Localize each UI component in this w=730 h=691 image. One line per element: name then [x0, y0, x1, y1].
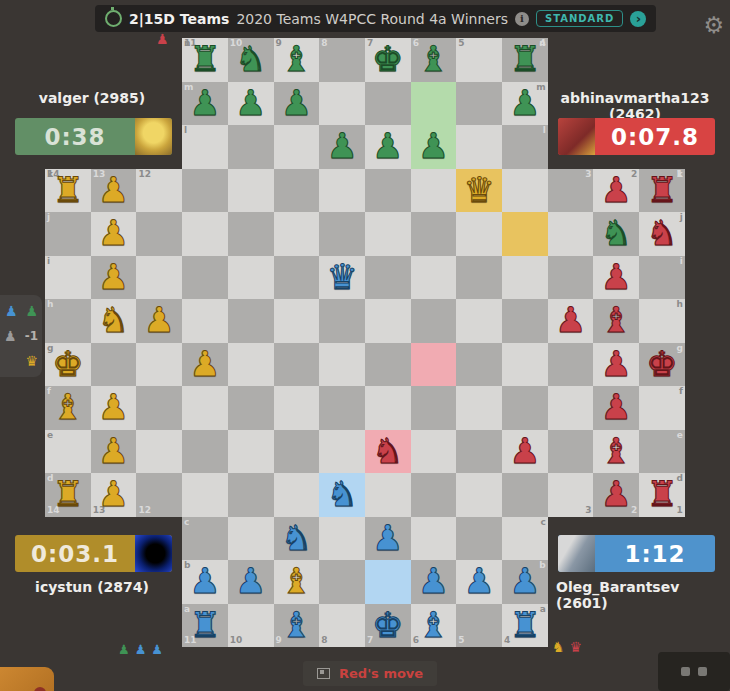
square-i1[interactable]: i	[639, 256, 685, 300]
square-i10[interactable]	[228, 256, 274, 300]
blue-pawn-icon[interactable]: ♟	[228, 560, 274, 604]
coordinate-label: 12	[138, 506, 151, 516]
board-void	[136, 82, 182, 126]
board-void	[136, 604, 182, 648]
coordinate-label: 3	[585, 170, 591, 180]
board-void	[136, 560, 182, 604]
green-rook-icon[interactable]: ♜	[182, 38, 228, 82]
square-d5[interactable]	[456, 473, 502, 517]
material-score: -1	[25, 330, 38, 342]
square-d3[interactable]: 3	[548, 473, 594, 517]
square-h4[interactable]	[502, 299, 548, 343]
green-pawn-icon: ♟	[118, 643, 130, 656]
square-d8[interactable]: ♞	[319, 473, 365, 517]
square-j13[interactable]: ♟	[91, 212, 137, 256]
square-c4[interactable]: c	[502, 517, 548, 561]
square-j7[interactable]	[365, 212, 411, 256]
yellow-pawn-icon[interactable]: ♟	[91, 256, 137, 300]
square-g5[interactable]	[456, 343, 502, 387]
yellow-rook-icon[interactable]: ♜	[45, 473, 91, 517]
square-l7[interactable]: ♟	[365, 125, 411, 169]
material-panel-row3: ♛	[0, 354, 38, 368]
square-d11[interactable]	[182, 473, 228, 517]
board-void	[91, 82, 137, 126]
green-knight-icon[interactable]: ♞	[593, 212, 639, 256]
blue-rook-icon[interactable]: ♜	[182, 604, 228, 648]
square-l9[interactable]	[274, 125, 320, 169]
square-j4[interactable]	[502, 212, 548, 256]
blue-pawn-icon: ♟	[135, 643, 147, 656]
square-e14[interactable]: e	[45, 430, 91, 474]
square-b7[interactable]	[365, 560, 411, 604]
square-c7[interactable]: ♟	[365, 517, 411, 561]
square-f13[interactable]: ♟	[91, 386, 137, 430]
square-e6[interactable]	[411, 430, 457, 474]
square-f7[interactable]	[365, 386, 411, 430]
square-f8[interactable]	[319, 386, 365, 430]
square-i7[interactable]	[365, 256, 411, 300]
square-n4[interactable]: n4♜	[502, 38, 548, 82]
square-c8[interactable]	[319, 517, 365, 561]
square-d10[interactable]	[228, 473, 274, 517]
coordinate-label: 12	[138, 170, 151, 180]
square-h8[interactable]	[319, 299, 365, 343]
coordinate-label: h	[47, 300, 53, 310]
square-h6[interactable]	[411, 299, 457, 343]
square-a4[interactable]: a4♜	[502, 604, 548, 648]
square-n8[interactable]: 8	[319, 38, 365, 82]
square-j14[interactable]: j	[45, 212, 91, 256]
square-c10[interactable]	[228, 517, 274, 561]
square-e5[interactable]	[456, 430, 502, 474]
square-d7[interactable]	[365, 473, 411, 517]
square-i14[interactable]: i	[45, 256, 91, 300]
yellow-knight-icon: ♞	[552, 640, 565, 654]
square-e12[interactable]	[136, 430, 182, 474]
coordinate-label: l	[184, 126, 187, 136]
yellow-rook-icon[interactable]: ♜	[45, 169, 91, 213]
square-g2[interactable]: ♟	[593, 343, 639, 387]
green-pawn-icon[interactable]: ♟	[502, 82, 548, 126]
square-e4[interactable]: ♟	[502, 430, 548, 474]
yellow-queen-icon: ♛	[25, 354, 38, 368]
square-e10[interactable]	[228, 430, 274, 474]
square-k1[interactable]: k1♜	[639, 169, 685, 213]
board-void	[91, 604, 137, 648]
square-f12[interactable]	[136, 386, 182, 430]
coordinate-label: e	[677, 431, 683, 441]
square-f5[interactable]	[456, 386, 502, 430]
blue-pawn-icon[interactable]: ♟	[411, 560, 457, 604]
board-void	[91, 517, 137, 561]
square-m10[interactable]: ♟	[228, 82, 274, 126]
coordinate-label: i	[47, 257, 50, 267]
board-void	[45, 604, 91, 648]
square-g3[interactable]	[548, 343, 594, 387]
blue-knight-icon[interactable]: ♞	[274, 517, 320, 561]
board-void	[136, 38, 182, 82]
board-void	[548, 560, 594, 604]
board-void	[91, 125, 137, 169]
square-i8[interactable]: ♛	[319, 256, 365, 300]
green-king-icon[interactable]: ♚	[365, 38, 411, 82]
board-void	[45, 560, 91, 604]
coordinate-label: j	[47, 213, 50, 223]
yellow-pawn-icon[interactable]: ♟	[91, 430, 137, 474]
square-j3[interactable]	[548, 212, 594, 256]
info-icon[interactable]: i	[515, 12, 529, 26]
square-f2[interactable]: ♟	[593, 386, 639, 430]
blue-pawn-icon: ♟	[5, 304, 18, 318]
square-h7[interactable]	[365, 299, 411, 343]
square-h2[interactable]: ♝	[593, 299, 639, 343]
square-g8[interactable]	[319, 343, 365, 387]
square-b5[interactable]: ♟	[456, 560, 502, 604]
square-n5[interactable]: 5	[456, 38, 502, 82]
square-k13[interactable]: 13♟	[91, 169, 137, 213]
square-j1[interactable]: j♞	[639, 212, 685, 256]
square-m8[interactable]	[319, 82, 365, 126]
square-l6[interactable]: ♟	[411, 125, 457, 169]
square-j5[interactable]	[456, 212, 502, 256]
square-b9[interactable]: ♝	[274, 560, 320, 604]
square-i11[interactable]	[182, 256, 228, 300]
square-a11[interactable]: a11♜	[182, 604, 228, 648]
square-j12[interactable]	[136, 212, 182, 256]
chess-board: n11♜10♞9♝87♚6♝5n4♜m♟♟♟m♟l♟♟♟lk14♜13♟12♛3…	[45, 38, 685, 647]
square-b11[interactable]: b♟	[182, 560, 228, 604]
square-b4[interactable]: b♟	[502, 560, 548, 604]
yellow-queen-icon[interactable]: ♛	[456, 169, 502, 213]
square-k9[interactable]	[274, 169, 320, 213]
board-void	[45, 82, 91, 126]
square-d6[interactable]	[411, 473, 457, 517]
yellow-knight-icon[interactable]: ♞	[91, 299, 137, 343]
square-a9[interactable]: 9♝	[274, 604, 320, 648]
square-f4[interactable]	[502, 386, 548, 430]
red-pawn-icon[interactable]: ♟	[593, 169, 639, 213]
square-n7[interactable]: 7♚	[365, 38, 411, 82]
square-b8[interactable]	[319, 560, 365, 604]
square-i6[interactable]	[411, 256, 457, 300]
square-k12[interactable]: 12	[136, 169, 182, 213]
square-n11[interactable]: n11♜	[182, 38, 228, 82]
yellow-pawn-icon[interactable]: ♟	[91, 473, 137, 517]
square-i3[interactable]	[548, 256, 594, 300]
red-bishop-icon[interactable]: ♝	[593, 430, 639, 474]
square-g10[interactable]	[228, 343, 274, 387]
yellow-pawn-icon[interactable]: ♟	[91, 212, 137, 256]
square-g13[interactable]	[91, 343, 137, 387]
square-g11[interactable]: ♟	[182, 343, 228, 387]
board-void	[639, 82, 685, 126]
square-j9[interactable]	[274, 212, 320, 256]
board-void	[593, 38, 639, 82]
board-void	[136, 517, 182, 561]
square-l11[interactable]: l	[182, 125, 228, 169]
yellow-pawn-icon[interactable]: ♟	[136, 299, 182, 343]
blue-pawn-icon[interactable]: ♟	[182, 560, 228, 604]
game-header: 2|15D Teams 2020 Teams W4PCC Round 4a Wi…	[95, 5, 656, 32]
square-e3[interactable]	[548, 430, 594, 474]
green-pawn-icon[interactable]: ♟	[365, 125, 411, 169]
board-void	[91, 38, 137, 82]
square-n6[interactable]: 6♝	[411, 38, 457, 82]
square-k3[interactable]: 3	[548, 169, 594, 213]
square-j8[interactable]	[319, 212, 365, 256]
green-rook-icon[interactable]: ♜	[502, 38, 548, 82]
board-void	[136, 125, 182, 169]
blue-bishop-icon[interactable]: ♝	[411, 604, 457, 648]
square-h12[interactable]: ♟	[136, 299, 182, 343]
square-e11[interactable]	[182, 430, 228, 474]
square-g7[interactable]	[365, 343, 411, 387]
square-i12[interactable]	[136, 256, 182, 300]
blue-pawn-icon: ♟	[151, 643, 163, 656]
green-bishop-icon[interactable]: ♝	[274, 38, 320, 82]
square-c5[interactable]	[456, 517, 502, 561]
yellow-pawn-icon[interactable]: ♟	[91, 169, 137, 213]
blue-pawn-icon[interactable]: ♟	[365, 517, 411, 561]
notification-dot	[34, 687, 46, 691]
square-g14[interactable]: g♚	[45, 343, 91, 387]
square-k8[interactable]	[319, 169, 365, 213]
square-j6[interactable]	[411, 212, 457, 256]
event-title: 2020 Teams W4PCC Round 4a Winners	[236, 11, 508, 27]
square-n9[interactable]: 9♝	[274, 38, 320, 82]
square-j10[interactable]	[228, 212, 274, 256]
red-rook-icon[interactable]: ♜	[639, 473, 685, 517]
green-pawn-icon[interactable]: ♟	[228, 82, 274, 126]
yellow-pawn-icon[interactable]: ♟	[91, 386, 137, 430]
board-void	[593, 125, 639, 169]
red-pawn-icon[interactable]: ♟	[593, 256, 639, 300]
coordinate-label: 8	[321, 39, 327, 49]
square-e2[interactable]: ♝	[593, 430, 639, 474]
captured-tray-blue-player: ♞♛	[552, 640, 582, 654]
yellow-bishop-icon[interactable]: ♝	[274, 560, 320, 604]
menu-glyph-icon	[681, 667, 690, 676]
square-a5[interactable]: 5	[456, 604, 502, 648]
square-i13[interactable]: ♟	[91, 256, 137, 300]
turn-indicator-label: Red's move	[339, 666, 423, 681]
green-pawn-icon[interactable]: ♟	[274, 82, 320, 126]
square-a10[interactable]: 10	[228, 604, 274, 648]
menu-button[interactable]	[658, 652, 730, 691]
square-f1[interactable]: f	[639, 386, 685, 430]
cropped-avatar-bottom-left[interactable]	[0, 667, 54, 691]
coordinate-label: l	[543, 126, 546, 136]
board-void	[593, 604, 639, 648]
square-d4[interactable]	[502, 473, 548, 517]
standard-badge: STANDARD	[536, 10, 623, 27]
coordinate-label: 5	[458, 636, 464, 646]
square-k6[interactable]	[411, 169, 457, 213]
square-h5[interactable]	[456, 299, 502, 343]
coordinate-label: h	[676, 300, 682, 310]
board-void	[639, 38, 685, 82]
square-e7[interactable]: ♞	[365, 430, 411, 474]
board-void	[639, 125, 685, 169]
gray-pawn-icon: ♟	[4, 329, 17, 343]
red-knight-icon[interactable]: ♞	[365, 430, 411, 474]
square-n10[interactable]: 10♞	[228, 38, 274, 82]
yellow-bishop-icon[interactable]: ♝	[45, 386, 91, 430]
red-pawn-icon[interactable]: ♟	[548, 299, 594, 343]
square-l10[interactable]	[228, 125, 274, 169]
square-f11[interactable]	[182, 386, 228, 430]
coordinate-label: 8	[321, 636, 327, 646]
square-h11[interactable]	[182, 299, 228, 343]
red-bishop-icon[interactable]: ♝	[593, 299, 639, 343]
chevron-right-icon[interactable]: ›	[630, 11, 646, 27]
square-e8[interactable]	[319, 430, 365, 474]
square-l5[interactable]	[456, 125, 502, 169]
coordinate-label: 3	[585, 506, 591, 516]
square-m7[interactable]	[365, 82, 411, 126]
turn-indicator: Red's move	[303, 661, 437, 686]
square-m9[interactable]: ♟	[274, 82, 320, 126]
board-void	[45, 125, 91, 169]
blue-king-icon[interactable]: ♚	[365, 604, 411, 648]
square-d12[interactable]: 12	[136, 473, 182, 517]
square-k7[interactable]	[365, 169, 411, 213]
square-h1[interactable]: h	[639, 299, 685, 343]
square-h3[interactable]: ♟	[548, 299, 594, 343]
square-e1[interactable]: e	[639, 430, 685, 474]
square-c9[interactable]: ♞	[274, 517, 320, 561]
square-g12[interactable]	[136, 343, 182, 387]
yellow-king-icon[interactable]: ♚	[45, 343, 91, 387]
square-g4[interactable]	[502, 343, 548, 387]
captured-tray-yellow-player: ♟♟♟	[118, 643, 163, 656]
red-pawn-icon[interactable]: ♟	[502, 430, 548, 474]
square-d9[interactable]	[274, 473, 320, 517]
board-void	[91, 560, 137, 604]
square-f6[interactable]	[411, 386, 457, 430]
square-i2[interactable]: ♟	[593, 256, 639, 300]
square-c6[interactable]	[411, 517, 457, 561]
square-g6[interactable]	[411, 343, 457, 387]
square-k10[interactable]	[228, 169, 274, 213]
square-k5[interactable]: ♛	[456, 169, 502, 213]
board-void	[593, 560, 639, 604]
timer-icon	[105, 10, 122, 27]
square-h14[interactable]: h	[45, 299, 91, 343]
square-j2[interactable]: ♞	[593, 212, 639, 256]
material-panel: ♟♟ ♟ -1 ♛	[0, 295, 42, 377]
square-k14[interactable]: k14♜	[45, 169, 91, 213]
blue-rook-icon[interactable]: ♜	[502, 604, 548, 648]
blue-queen-icon[interactable]: ♛	[319, 256, 365, 300]
square-b10[interactable]: ♟	[228, 560, 274, 604]
board-void	[593, 517, 639, 561]
blue-pawn-icon[interactable]: ♟	[502, 560, 548, 604]
green-knight-icon[interactable]: ♞	[228, 38, 274, 82]
square-h9[interactable]	[274, 299, 320, 343]
green-pawn-icon[interactable]: ♟	[319, 125, 365, 169]
blue-knight-icon[interactable]: ♞	[319, 473, 365, 517]
square-d14[interactable]: d14♜	[45, 473, 91, 517]
board-void	[548, 82, 594, 126]
coordinate-label: e	[47, 431, 53, 441]
square-f10[interactable]	[228, 386, 274, 430]
square-h13[interactable]: ♞	[91, 299, 137, 343]
board-void	[548, 125, 594, 169]
square-f14[interactable]: f♝	[45, 386, 91, 430]
board-void	[548, 517, 594, 561]
square-m6[interactable]	[411, 82, 457, 126]
square-l8[interactable]: ♟	[319, 125, 365, 169]
square-d13[interactable]: 13♟	[91, 473, 137, 517]
green-pawn-icon[interactable]: ♟	[411, 125, 457, 169]
square-k4[interactable]	[502, 169, 548, 213]
material-panel-row2: ♟ -1	[0, 329, 38, 343]
square-g9[interactable]	[274, 343, 320, 387]
square-m11[interactable]: m♟	[182, 82, 228, 126]
square-b6[interactable]: ♟	[411, 560, 457, 604]
red-knight-icon[interactable]: ♞	[639, 212, 685, 256]
board-icon	[317, 668, 330, 679]
board-void	[548, 38, 594, 82]
material-panel-row1: ♟♟	[0, 304, 38, 318]
square-d2[interactable]: 2♟	[593, 473, 639, 517]
coordinate-label: 5	[458, 39, 464, 49]
red-pawn-icon[interactable]: ♟	[593, 473, 639, 517]
square-d1[interactable]: d1♜	[639, 473, 685, 517]
board-void	[45, 38, 91, 82]
square-f3[interactable]	[548, 386, 594, 430]
square-m5[interactable]	[456, 82, 502, 126]
red-pawn-icon[interactable]: ♟	[593, 343, 639, 387]
square-f9[interactable]	[274, 386, 320, 430]
square-e13[interactable]: ♟	[91, 430, 137, 474]
blue-pawn-icon[interactable]: ♟	[456, 560, 502, 604]
green-bishop-icon[interactable]: ♝	[411, 38, 457, 82]
menu-glyph-icon	[698, 667, 707, 676]
red-pawn-icon[interactable]: ♟	[593, 386, 639, 430]
square-l4[interactable]: l	[502, 125, 548, 169]
red-king-icon[interactable]: ♚	[639, 343, 685, 387]
coordinate-label: c	[540, 518, 545, 528]
square-i4[interactable]	[502, 256, 548, 300]
square-m4[interactable]: m♟	[502, 82, 548, 126]
coordinate-label: c	[184, 518, 189, 528]
square-a6[interactable]: 6♝	[411, 604, 457, 648]
square-i9[interactable]	[274, 256, 320, 300]
square-e9[interactable]	[274, 430, 320, 474]
coordinate-label: 10	[230, 636, 243, 646]
square-k11[interactable]	[182, 169, 228, 213]
square-a8[interactable]: 8	[319, 604, 365, 648]
square-g1[interactable]: g♚	[639, 343, 685, 387]
yellow-pawn-icon[interactable]: ♟	[182, 343, 228, 387]
square-h10[interactable]	[228, 299, 274, 343]
board-void	[593, 82, 639, 126]
square-j11[interactable]	[182, 212, 228, 256]
board-void	[639, 604, 685, 648]
red-rook-icon[interactable]: ♜	[639, 169, 685, 213]
green-pawn-icon[interactable]: ♟	[182, 82, 228, 126]
square-a7[interactable]: 7♚	[365, 604, 411, 648]
board-void	[639, 560, 685, 604]
square-c11[interactable]: c	[182, 517, 228, 561]
settings-gear-icon[interactable]: ⚙	[703, 12, 724, 38]
square-k2[interactable]: 2♟	[593, 169, 639, 213]
blue-bishop-icon[interactable]: ♝	[274, 604, 320, 648]
square-i5[interactable]	[456, 256, 502, 300]
coordinate-label: i	[680, 257, 683, 267]
